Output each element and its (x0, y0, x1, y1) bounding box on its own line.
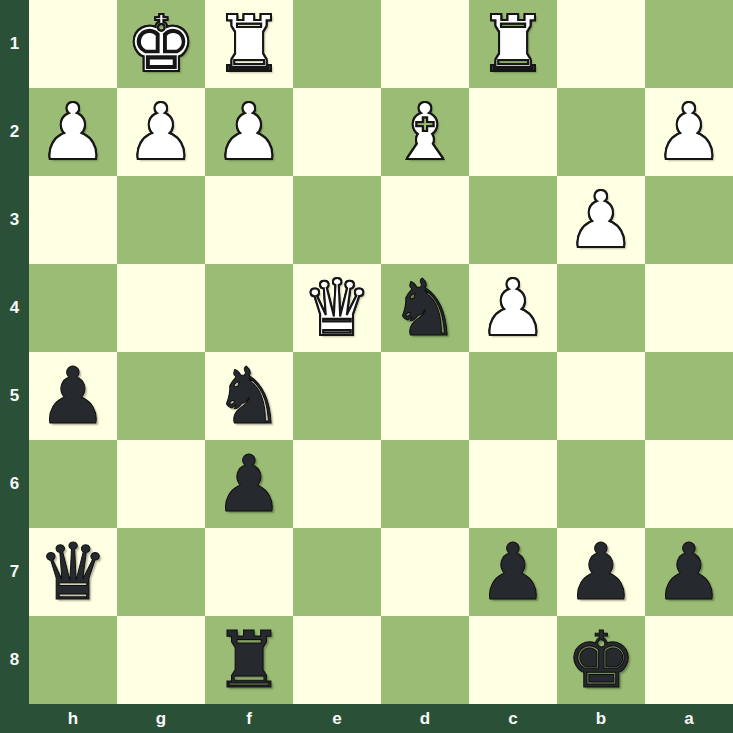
square-b7[interactable]: ♟ (557, 528, 645, 616)
square-h2[interactable]: ♟ (29, 88, 117, 176)
square-f2[interactable]: ♟ (205, 88, 293, 176)
square-d6[interactable] (381, 440, 469, 528)
square-g4[interactable] (117, 264, 205, 352)
square-g8[interactable] (117, 616, 205, 704)
file-label-f: f (205, 704, 293, 733)
chess-board-widget: 12345678 ♚♜♜♟♟♟♝♟♟♛♞♟♟♞♟♛♟♟♟♜♚ hgfedcba (0, 0, 733, 733)
file-labels: hgfedcba (29, 704, 733, 733)
rank-label-2: 2 (0, 88, 29, 176)
file-label-a: a (645, 704, 733, 733)
square-c2[interactable] (469, 88, 557, 176)
square-b6[interactable] (557, 440, 645, 528)
file-label-h: h (29, 704, 117, 733)
file-label-g: g (117, 704, 205, 733)
black-pawn-c7: ♟ (478, 528, 548, 616)
square-g5[interactable] (117, 352, 205, 440)
rank-label-4: 4 (0, 264, 29, 352)
chess-board: ♚♜♜♟♟♟♝♟♟♛♞♟♟♞♟♛♟♟♟♜♚ (29, 0, 733, 704)
square-c5[interactable] (469, 352, 557, 440)
square-e7[interactable] (293, 528, 381, 616)
black-knight-d4: ♞ (390, 264, 460, 352)
square-b4[interactable] (557, 264, 645, 352)
square-b3[interactable]: ♟ (557, 176, 645, 264)
white-rook-f1: ♜ (214, 0, 284, 88)
square-c3[interactable] (469, 176, 557, 264)
square-a8[interactable] (645, 616, 733, 704)
square-g2[interactable]: ♟ (117, 88, 205, 176)
black-pawn-a7: ♟ (654, 528, 724, 616)
black-queen-h7: ♛ (38, 528, 108, 616)
square-d3[interactable] (381, 176, 469, 264)
white-pawn-c4: ♟ (478, 264, 548, 352)
square-b8[interactable]: ♚ (557, 616, 645, 704)
square-g1[interactable]: ♚ (117, 0, 205, 88)
white-bishop-d2: ♝ (390, 88, 460, 176)
square-f7[interactable] (205, 528, 293, 616)
black-pawn-h5: ♟ (38, 352, 108, 440)
white-pawn-h2: ♟ (38, 88, 108, 176)
white-rook-c1: ♜ (478, 0, 548, 88)
rank-label-1: 1 (0, 0, 29, 88)
file-label-e: e (293, 704, 381, 733)
square-h7[interactable]: ♛ (29, 528, 117, 616)
file-label-d: d (381, 704, 469, 733)
square-b2[interactable] (557, 88, 645, 176)
black-king-b8: ♚ (566, 616, 636, 704)
white-king-g1: ♚ (126, 0, 196, 88)
rank-label-6: 6 (0, 440, 29, 528)
square-h3[interactable] (29, 176, 117, 264)
square-c4[interactable]: ♟ (469, 264, 557, 352)
square-a1[interactable] (645, 0, 733, 88)
square-f4[interactable] (205, 264, 293, 352)
square-e6[interactable] (293, 440, 381, 528)
square-d2[interactable]: ♝ (381, 88, 469, 176)
white-pawn-a2: ♟ (654, 88, 724, 176)
square-g6[interactable] (117, 440, 205, 528)
rank-label-3: 3 (0, 176, 29, 264)
square-h8[interactable] (29, 616, 117, 704)
square-a3[interactable] (645, 176, 733, 264)
square-e3[interactable] (293, 176, 381, 264)
square-h1[interactable] (29, 0, 117, 88)
rank-label-5: 5 (0, 352, 29, 440)
square-e2[interactable] (293, 88, 381, 176)
square-c6[interactable] (469, 440, 557, 528)
square-d4[interactable]: ♞ (381, 264, 469, 352)
square-f8[interactable]: ♜ (205, 616, 293, 704)
square-f3[interactable] (205, 176, 293, 264)
square-c1[interactable]: ♜ (469, 0, 557, 88)
square-d1[interactable] (381, 0, 469, 88)
black-pawn-f6: ♟ (214, 440, 284, 528)
square-c7[interactable]: ♟ (469, 528, 557, 616)
black-knight-f5: ♞ (214, 352, 284, 440)
square-c8[interactable] (469, 616, 557, 704)
square-d7[interactable] (381, 528, 469, 616)
white-queen-e4: ♛ (302, 264, 372, 352)
square-b5[interactable] (557, 352, 645, 440)
white-pawn-g2: ♟ (126, 88, 196, 176)
black-rook-f8: ♜ (214, 616, 284, 704)
square-e1[interactable] (293, 0, 381, 88)
square-g7[interactable] (117, 528, 205, 616)
white-pawn-b3: ♟ (566, 176, 636, 264)
square-e4[interactable]: ♛ (293, 264, 381, 352)
black-pawn-b7: ♟ (566, 528, 636, 616)
square-g3[interactable] (117, 176, 205, 264)
square-a7[interactable]: ♟ (645, 528, 733, 616)
square-h5[interactable]: ♟ (29, 352, 117, 440)
square-a4[interactable] (645, 264, 733, 352)
rank-label-7: 7 (0, 528, 29, 616)
file-label-c: c (469, 704, 557, 733)
square-e8[interactable] (293, 616, 381, 704)
board-corner (0, 704, 29, 733)
rank-label-8: 8 (0, 616, 29, 704)
rank-labels: 12345678 (0, 0, 29, 704)
white-pawn-f2: ♟ (214, 88, 284, 176)
square-f6[interactable]: ♟ (205, 440, 293, 528)
square-h4[interactable] (29, 264, 117, 352)
square-d8[interactable] (381, 616, 469, 704)
file-label-b: b (557, 704, 645, 733)
square-f1[interactable]: ♜ (205, 0, 293, 88)
square-d5[interactable] (381, 352, 469, 440)
square-h6[interactable] (29, 440, 117, 528)
square-e5[interactable] (293, 352, 381, 440)
square-b1[interactable] (557, 0, 645, 88)
square-a6[interactable] (645, 440, 733, 528)
square-a2[interactable]: ♟ (645, 88, 733, 176)
square-a5[interactable] (645, 352, 733, 440)
square-f5[interactable]: ♞ (205, 352, 293, 440)
